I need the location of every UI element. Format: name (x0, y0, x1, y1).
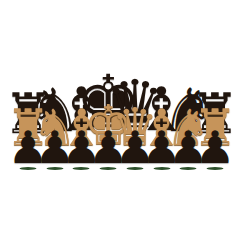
felt-base (100, 167, 117, 170)
felt-base (73, 167, 90, 170)
felt-base (153, 167, 170, 170)
piece-column-8: ♜ ♜ ♟ (202, 50, 228, 170)
felt-base (46, 167, 63, 170)
piece-lineup: ♜ ♜ ♟ ♞ ♞ ♟ ♝ ♝ ♟ ♚ ♚ ♟ ♛ ♛ ♟ (15, 50, 228, 170)
felt-base (126, 167, 143, 170)
chess-set-photo: ♜ ♜ ♟ ♞ ♞ ♟ ♝ ♝ ♟ ♚ ♚ ♟ ♛ ♛ ♟ (0, 0, 240, 240)
felt-base (20, 167, 37, 170)
felt-base (206, 167, 223, 170)
felt-base (180, 167, 197, 170)
black-pawn: ♟ (195, 125, 235, 170)
